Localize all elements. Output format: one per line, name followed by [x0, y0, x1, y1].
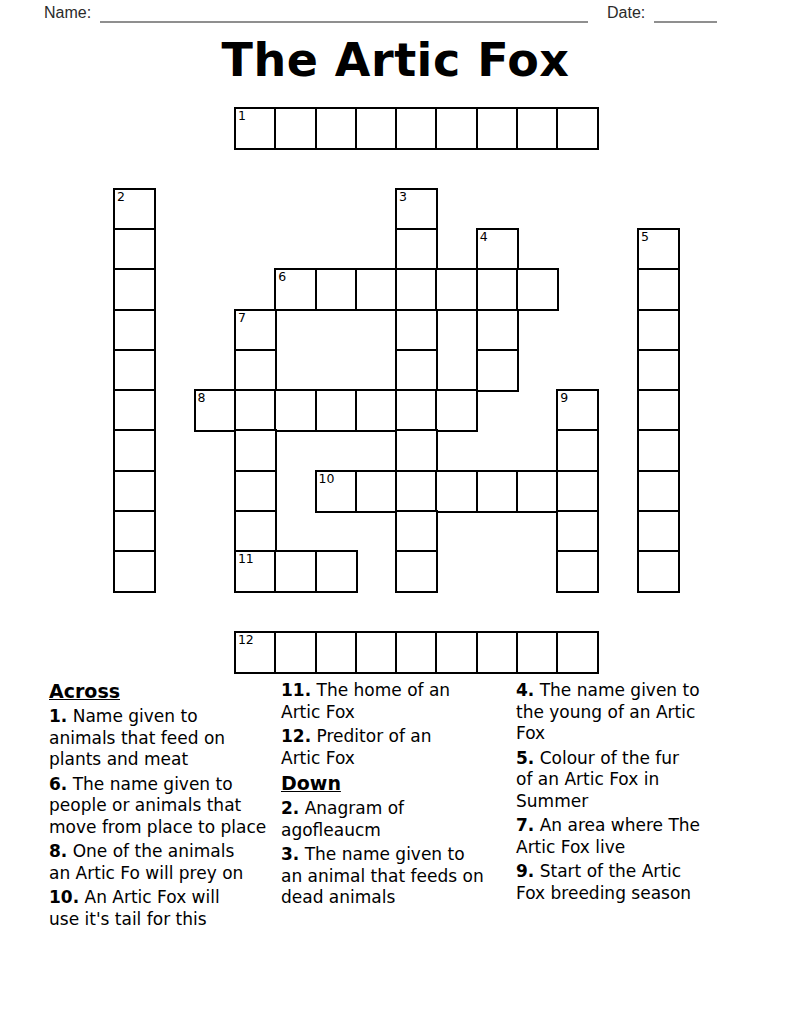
grid-cell[interactable]	[476, 631, 519, 674]
grid-cell[interactable]	[516, 268, 559, 311]
cell-clue-number: 8	[198, 391, 206, 404]
grid-cell[interactable]	[556, 510, 599, 553]
grid-cell[interactable]	[395, 268, 438, 311]
clue-item: 2. Anagram of agofleaucm	[281, 798, 511, 841]
grid-cell[interactable]: 6	[274, 268, 317, 311]
grid-cell[interactable]	[395, 349, 438, 392]
grid-cell[interactable]	[637, 550, 680, 593]
clue-item: 8. One of the animals an Artic Fo will p…	[49, 841, 282, 884]
clue-number: 7.	[516, 815, 534, 835]
grid-cell[interactable]	[315, 268, 358, 311]
cell-clue-number: 3	[399, 190, 407, 203]
grid-cell[interactable]	[315, 107, 358, 150]
clue-item: 1. Name given to animals that feed on pl…	[49, 706, 282, 771]
grid-cell[interactable]	[355, 389, 398, 432]
grid-cell[interactable]	[234, 429, 277, 472]
clue-number: 4.	[516, 680, 534, 700]
clue-number: 5.	[516, 748, 534, 768]
grid-cell[interactable]	[234, 349, 277, 392]
grid-cell[interactable]: 2	[113, 188, 156, 231]
date-line[interactable]	[654, 4, 717, 23]
grid-cell[interactable]	[395, 631, 438, 674]
grid-cell[interactable]	[113, 470, 156, 513]
clue-item: 7. An area where The Artic Fox live	[516, 815, 764, 858]
grid-cell[interactable]	[113, 550, 156, 593]
grid-cell[interactable]	[274, 107, 317, 150]
grid-cell[interactable]	[556, 550, 599, 593]
grid-cell[interactable]	[113, 429, 156, 472]
grid-cell[interactable]: 9	[556, 389, 599, 432]
cell-clue-number: 10	[319, 472, 335, 485]
grid-cell[interactable]	[637, 470, 680, 513]
grid-cell[interactable]	[395, 389, 438, 432]
grid-cell[interactable]	[637, 309, 680, 352]
grid-cell[interactable]: 11	[234, 550, 277, 593]
grid-cell[interactable]	[234, 389, 277, 432]
grid-cell[interactable]: 12	[234, 631, 277, 674]
grid-cell[interactable]	[516, 107, 559, 150]
cell-clue-number: 9	[560, 391, 568, 404]
cell-clue-number: 12	[238, 633, 254, 646]
clue-number: 6.	[49, 774, 67, 794]
clue-text: The name given to the young of an Artic …	[516, 680, 700, 743]
cell-clue-number: 1	[238, 109, 246, 122]
grid-cell[interactable]	[516, 470, 559, 513]
clue-text: The name given to an animal that feeds o…	[281, 844, 484, 907]
grid-cell[interactable]	[355, 268, 398, 311]
clue-text: Start of the Artic Fox breeding season	[516, 861, 691, 903]
cell-clue-number: 5	[641, 230, 649, 243]
grid-cell[interactable]	[476, 349, 519, 392]
grid-cell[interactable]	[556, 631, 599, 674]
clue-text: Colour of the fur of an Artic Fox in Sum…	[516, 748, 679, 811]
clue-number: 8.	[49, 841, 67, 861]
grid-cell[interactable]	[113, 510, 156, 553]
grid-cell[interactable]	[113, 228, 156, 271]
clue-text: Anagram of agofleaucm	[281, 798, 404, 840]
clue-item: 11. The home of an Artic Fox	[281, 680, 511, 723]
clue-number: 12.	[281, 726, 311, 746]
clues-column-1: Across1. Name given to animals that feed…	[49, 680, 282, 933]
cell-clue-number: 2	[117, 190, 125, 203]
grid-cell[interactable]	[435, 470, 478, 513]
grid-cell[interactable]	[274, 389, 317, 432]
grid-cell[interactable]	[274, 631, 317, 674]
clue-number: 10.	[49, 887, 79, 907]
grid-cell[interactable]	[556, 470, 599, 513]
clue-number: 9.	[516, 861, 534, 881]
across-header: Across	[49, 680, 282, 702]
worksheet-title: The Artic Fox	[0, 33, 791, 87]
grid-cell[interactable]	[315, 631, 358, 674]
grid-cell[interactable]	[476, 470, 519, 513]
grid-cell[interactable]	[234, 510, 277, 553]
clue-item: 9. Start of the Artic Fox breeding seaso…	[516, 861, 764, 904]
grid-cell[interactable]: 4	[476, 228, 519, 271]
grid-cell[interactable]	[435, 268, 478, 311]
clue-number: 2.	[281, 798, 299, 818]
grid-cell[interactable]	[395, 550, 438, 593]
grid-cell[interactable]: 7	[234, 309, 277, 352]
grid-cell[interactable]	[637, 429, 680, 472]
clue-text: Name given to animals that feed on plant…	[49, 706, 225, 769]
cell-clue-number: 11	[238, 552, 254, 565]
grid-cell[interactable]	[556, 429, 599, 472]
grid-cell[interactable]	[476, 107, 519, 150]
grid-cell[interactable]	[435, 389, 478, 432]
grid-cell[interactable]	[113, 349, 156, 392]
clue-item: 4. The name given to the young of an Art…	[516, 680, 764, 745]
grid-cell[interactable]: 10	[315, 470, 358, 513]
down-header: Down	[281, 772, 511, 794]
grid-cell[interactable]: 5	[637, 228, 680, 271]
cell-clue-number: 7	[238, 311, 246, 324]
name-line[interactable]	[100, 4, 588, 23]
clue-item: 6. The name given to people or animals t…	[49, 774, 282, 839]
clue-number: 3.	[281, 844, 299, 864]
cell-clue-number: 4	[480, 230, 488, 243]
grid-cell[interactable]	[395, 429, 438, 472]
grid-cell[interactable]	[315, 550, 358, 593]
name-label: Name:	[44, 4, 91, 22]
grid-cell[interactable]	[435, 631, 478, 674]
grid-cell[interactable]: 1	[234, 107, 277, 150]
grid-cell[interactable]	[395, 107, 438, 150]
grid-cell[interactable]	[315, 389, 358, 432]
grid-cell[interactable]	[516, 631, 559, 674]
grid-cell[interactable]	[355, 107, 398, 150]
clue-item: 5. Colour of the fur of an Artic Fox in …	[516, 748, 764, 813]
grid-cell[interactable]	[234, 470, 277, 513]
clue-item: 3. The name given to an animal that feed…	[281, 844, 511, 909]
clue-number: 11.	[281, 680, 311, 700]
grid-cell[interactable]	[355, 470, 398, 513]
grid-cell[interactable]	[637, 389, 680, 432]
grid-cell[interactable]	[556, 107, 599, 150]
grid-cell[interactable]	[395, 309, 438, 352]
crossword-grid: 123456789101112	[113, 107, 791, 719]
grid-cell[interactable]: 3	[395, 188, 438, 231]
grid-cell[interactable]	[637, 510, 680, 553]
worksheet-page: Name: Date: The Artic Fox 12345678910111…	[0, 0, 791, 1024]
grid-cell[interactable]	[637, 268, 680, 311]
grid-cell[interactable]	[476, 268, 519, 311]
clue-item: 10. An Artic Fox will use it's tail for …	[49, 887, 282, 930]
grid-cell[interactable]	[637, 349, 680, 392]
clues-column-3: 4. The name given to the young of an Art…	[516, 680, 764, 907]
clue-text: One of the animals an Artic Fo will prey…	[49, 841, 243, 883]
grid-cell[interactable]	[435, 107, 478, 150]
clue-text: The name given to people or animals that…	[49, 774, 266, 837]
grid-cell[interactable]	[274, 550, 317, 593]
grid-cell[interactable]	[113, 389, 156, 432]
grid-cell[interactable]	[395, 510, 438, 553]
grid-cell[interactable]: 8	[194, 389, 237, 432]
clues-column-2: 11. The home of an Artic Fox12. Preditor…	[281, 680, 511, 912]
grid-cell[interactable]	[113, 268, 156, 311]
clue-number: 1.	[49, 706, 67, 726]
grid-cell[interactable]	[476, 309, 519, 352]
cell-clue-number: 6	[278, 270, 286, 283]
grid-cell[interactable]	[395, 470, 438, 513]
date-label: Date:	[607, 4, 645, 22]
clue-item: 12. Preditor of an Artic Fox	[281, 726, 511, 769]
clue-text: An area where The Artic Fox live	[516, 815, 700, 857]
grid-cell[interactable]	[355, 631, 398, 674]
grid-cell[interactable]	[113, 309, 156, 352]
grid-cell[interactable]	[395, 228, 438, 271]
